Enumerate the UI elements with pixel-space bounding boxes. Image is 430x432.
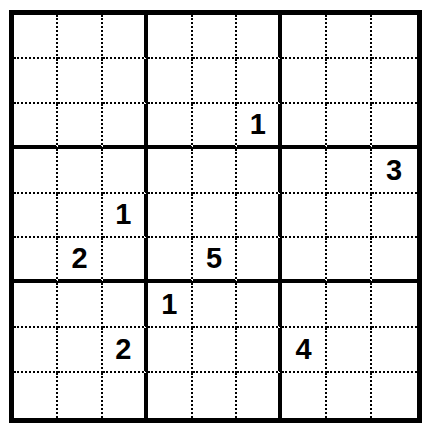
cell-r1c7[interactable] xyxy=(282,15,327,60)
cell-r5c5[interactable] xyxy=(193,194,238,239)
cell-r4c5[interactable] xyxy=(193,149,238,194)
cell-r6c4[interactable] xyxy=(148,238,193,283)
cell-r4c9[interactable]: 3 xyxy=(372,149,417,194)
cell-r2c8[interactable] xyxy=(327,59,372,104)
given-digit: 4 xyxy=(295,335,311,364)
cell-r3c9[interactable] xyxy=(372,104,417,149)
cell-r8c8[interactable] xyxy=(327,328,372,373)
cell-r3c6[interactable]: 1 xyxy=(237,104,282,149)
cell-r7c2[interactable] xyxy=(58,283,103,328)
cell-r8c7[interactable]: 4 xyxy=(282,328,327,373)
cell-r3c7[interactable] xyxy=(282,104,327,149)
cell-r1c2[interactable] xyxy=(58,15,103,60)
cell-r5c9[interactable] xyxy=(372,194,417,239)
cell-r9c5[interactable] xyxy=(193,373,238,418)
sudoku-page: 13125124 xyxy=(0,0,430,432)
cell-r6c5[interactable]: 5 xyxy=(193,238,238,283)
cell-r2c6[interactable] xyxy=(237,59,282,104)
cell-r7c3[interactable] xyxy=(103,283,148,328)
given-digit: 1 xyxy=(250,110,266,139)
cell-r4c1[interactable] xyxy=(14,149,59,194)
cell-r6c1[interactable] xyxy=(14,238,59,283)
cell-r3c8[interactable] xyxy=(327,104,372,149)
cell-r6c6[interactable] xyxy=(237,238,282,283)
cell-r1c5[interactable] xyxy=(193,15,238,60)
cell-r6c7[interactable] xyxy=(282,238,327,283)
cell-r6c2[interactable]: 2 xyxy=(58,238,103,283)
cell-r2c4[interactable] xyxy=(148,59,193,104)
cell-r8c3[interactable]: 2 xyxy=(103,328,148,373)
cell-r6c3[interactable] xyxy=(103,238,148,283)
cell-r7c9[interactable] xyxy=(372,283,417,328)
given-digit: 5 xyxy=(206,244,222,273)
cell-r3c2[interactable] xyxy=(58,104,103,149)
cell-r6c8[interactable] xyxy=(327,238,372,283)
cell-r1c1[interactable] xyxy=(14,15,59,60)
cell-r9c6[interactable] xyxy=(237,373,282,418)
cell-r9c3[interactable] xyxy=(103,373,148,418)
cell-r5c1[interactable] xyxy=(14,194,59,239)
cell-r2c5[interactable] xyxy=(193,59,238,104)
cell-r4c6[interactable] xyxy=(237,149,282,194)
cell-r2c1[interactable] xyxy=(14,59,59,104)
cell-r7c7[interactable] xyxy=(282,283,327,328)
cell-r3c5[interactable] xyxy=(193,104,238,149)
cell-r3c3[interactable] xyxy=(103,104,148,149)
cell-r2c9[interactable] xyxy=(372,59,417,104)
cell-r8c2[interactable] xyxy=(58,328,103,373)
cell-r4c8[interactable] xyxy=(327,149,372,194)
cell-r1c3[interactable] xyxy=(103,15,148,60)
cell-r8c5[interactable] xyxy=(193,328,238,373)
cell-r7c8[interactable] xyxy=(327,283,372,328)
cell-r9c2[interactable] xyxy=(58,373,103,418)
cell-r7c4[interactable]: 1 xyxy=(148,283,193,328)
cell-r3c1[interactable] xyxy=(14,104,59,149)
cell-r4c4[interactable] xyxy=(148,149,193,194)
sudoku-board: 13125124 xyxy=(9,10,422,423)
cell-r5c3[interactable]: 1 xyxy=(103,194,148,239)
cell-r3c4[interactable] xyxy=(148,104,193,149)
cell-r7c1[interactable] xyxy=(14,283,59,328)
given-digit: 1 xyxy=(115,200,131,229)
cell-r8c9[interactable] xyxy=(372,328,417,373)
cell-r5c6[interactable] xyxy=(237,194,282,239)
cell-r5c2[interactable] xyxy=(58,194,103,239)
cell-r9c8[interactable] xyxy=(327,373,372,418)
cell-r9c7[interactable] xyxy=(282,373,327,418)
cell-r8c6[interactable] xyxy=(237,328,282,373)
cell-r4c2[interactable] xyxy=(58,149,103,194)
given-digit: 1 xyxy=(161,290,177,319)
cell-r5c8[interactable] xyxy=(327,194,372,239)
cell-r8c1[interactable] xyxy=(14,328,59,373)
cell-r1c9[interactable] xyxy=(372,15,417,60)
cell-r9c1[interactable] xyxy=(14,373,59,418)
cell-r9c4[interactable] xyxy=(148,373,193,418)
cell-r9c9[interactable] xyxy=(372,373,417,418)
cell-r7c6[interactable] xyxy=(237,283,282,328)
cell-r4c7[interactable] xyxy=(282,149,327,194)
cell-r6c9[interactable] xyxy=(372,238,417,283)
given-digit: 2 xyxy=(115,335,131,364)
given-digit: 3 xyxy=(386,156,402,185)
cell-r2c7[interactable] xyxy=(282,59,327,104)
cell-r5c7[interactable] xyxy=(282,194,327,239)
cell-r4c3[interactable] xyxy=(103,149,148,194)
cell-r5c4[interactable] xyxy=(148,194,193,239)
cell-r1c8[interactable] xyxy=(327,15,372,60)
given-digit: 2 xyxy=(72,244,88,273)
cell-r1c6[interactable] xyxy=(237,15,282,60)
cell-r2c3[interactable] xyxy=(103,59,148,104)
cell-r7c5[interactable] xyxy=(193,283,238,328)
cell-r2c2[interactable] xyxy=(58,59,103,104)
cell-r8c4[interactable] xyxy=(148,328,193,373)
cell-r1c4[interactable] xyxy=(148,15,193,60)
